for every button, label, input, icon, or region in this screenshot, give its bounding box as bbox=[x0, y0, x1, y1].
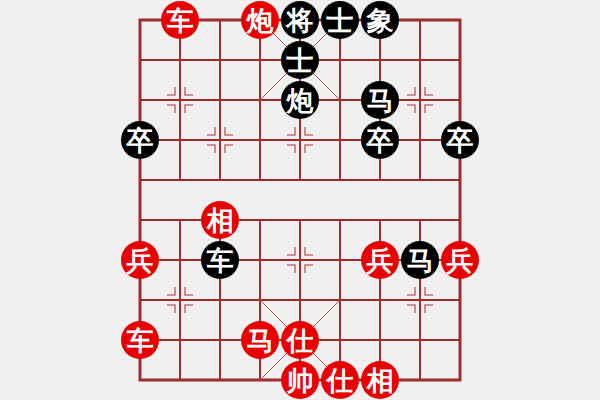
piece-black-horse[interactable]: 马 bbox=[401, 241, 439, 279]
piece-red-chariot[interactable]: 车 bbox=[161, 1, 199, 39]
piece-red-elephant[interactable]: 相 bbox=[201, 201, 239, 239]
piece-black-horse[interactable]: 马 bbox=[361, 81, 399, 119]
piece-red-horse[interactable]: 马 bbox=[241, 321, 279, 359]
piece-red-soldier[interactable]: 兵 bbox=[121, 241, 159, 279]
piece-black-elephant[interactable]: 象 bbox=[361, 1, 399, 39]
piece-red-elephant[interactable]: 相 bbox=[361, 361, 399, 399]
piece-red-cannon[interactable]: 炮 bbox=[241, 1, 279, 39]
app-window: 车炮将士象士炮马卒卒卒相兵车兵马兵车马仕帅仕相 bbox=[0, 0, 600, 400]
piece-black-advisor[interactable]: 士 bbox=[281, 41, 319, 79]
piece-black-soldier[interactable]: 卒 bbox=[441, 121, 479, 159]
piece-black-advisor[interactable]: 士 bbox=[321, 1, 359, 39]
piece-black-cannon[interactable]: 炮 bbox=[281, 81, 319, 119]
piece-red-soldier[interactable]: 兵 bbox=[441, 241, 479, 279]
piece-black-soldier[interactable]: 卒 bbox=[361, 121, 399, 159]
piece-black-soldier[interactable]: 卒 bbox=[121, 121, 159, 159]
piece-red-chariot[interactable]: 车 bbox=[121, 321, 159, 359]
piece-red-general[interactable]: 帅 bbox=[281, 361, 319, 399]
xiangqi-board: 车炮将士象士炮马卒卒卒相兵车兵马兵车马仕帅仕相 bbox=[0, 0, 600, 400]
piece-black-general[interactable]: 将 bbox=[281, 1, 319, 39]
piece-red-advisor[interactable]: 仕 bbox=[321, 361, 359, 399]
piece-black-chariot[interactable]: 车 bbox=[201, 241, 239, 279]
piece-red-advisor[interactable]: 仕 bbox=[281, 321, 319, 359]
piece-red-soldier[interactable]: 兵 bbox=[361, 241, 399, 279]
